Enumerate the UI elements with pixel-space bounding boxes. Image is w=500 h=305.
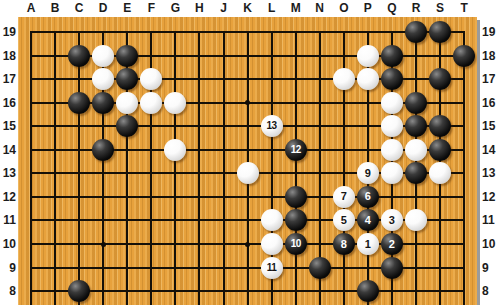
row-label-left-10: 10 [0, 237, 16, 251]
go-app-screen: 13129765431081211 ABCDEFGHJKLMNOPQRST191… [0, 0, 500, 305]
stone-white-R14 [405, 139, 427, 161]
stone-black-C18 [68, 45, 90, 67]
move-number-label: 6 [365, 191, 371, 202]
stone-black-D14 [92, 139, 114, 161]
goban[interactable]: 13129765431081211 [18, 17, 477, 305]
stone-white-F17 [140, 68, 162, 90]
stone-black-M14: 12 [285, 139, 307, 161]
stone-white-O11: 5 [333, 209, 355, 231]
grid-line-col-H [198, 31, 200, 305]
stone-black-R15 [405, 115, 427, 137]
stone-white-Q15 [381, 115, 403, 137]
grid-line-row-12 [30, 196, 465, 198]
col-label-L: L [263, 1, 281, 15]
row-label-right-11: 11 [482, 213, 500, 227]
stone-black-P12: 6 [357, 186, 379, 208]
stone-black-O10: 8 [333, 233, 355, 255]
row-label-left-16: 16 [0, 96, 16, 110]
grid-line-col-A [30, 31, 32, 305]
grid-line-col-J [223, 31, 225, 305]
stone-black-S17 [429, 68, 451, 90]
stone-white-O17 [333, 68, 355, 90]
col-label-A: A [22, 1, 40, 15]
col-label-H: H [190, 1, 208, 15]
move-number-label: 7 [341, 191, 347, 202]
grid-line-col-B [54, 31, 56, 305]
move-number-label: 10 [291, 239, 301, 249]
col-label-G: G [166, 1, 184, 15]
move-number-label: 12 [291, 145, 301, 155]
row-label-right-17: 17 [482, 72, 500, 86]
move-number-label: 3 [389, 215, 395, 226]
stone-white-P10: 1 [357, 233, 379, 255]
col-label-S: S [431, 1, 449, 15]
move-number-label: 11 [267, 263, 277, 273]
col-label-B: B [46, 1, 64, 15]
row-label-right-16: 16 [482, 96, 500, 110]
row-label-right-12: 12 [482, 190, 500, 204]
col-label-M: M [287, 1, 305, 15]
col-label-O: O [335, 1, 353, 15]
stone-black-Q17 [381, 68, 403, 90]
row-label-right-13: 13 [482, 166, 500, 180]
col-label-E: E [118, 1, 136, 15]
stone-black-S15 [429, 115, 451, 137]
stone-white-S13 [429, 162, 451, 184]
col-label-N: N [311, 1, 329, 15]
row-label-right-15: 15 [482, 119, 500, 133]
row-label-right-14: 14 [482, 143, 500, 157]
move-number-label: 4 [365, 215, 371, 226]
stone-white-L15: 13 [261, 115, 283, 137]
star-point-K16 [245, 100, 250, 105]
stone-white-Q14 [381, 139, 403, 161]
row-label-left-11: 11 [0, 213, 16, 227]
stone-white-Q11: 3 [381, 209, 403, 231]
stone-black-S14 [429, 139, 451, 161]
row-label-left-9: 9 [0, 261, 16, 275]
stone-white-G14 [164, 139, 186, 161]
col-label-F: F [142, 1, 160, 15]
stone-white-L9: 11 [261, 257, 283, 279]
stone-black-E18 [116, 45, 138, 67]
grid-line-row-19 [30, 31, 465, 33]
move-number-label: 8 [341, 239, 347, 250]
row-label-right-19: 19 [482, 25, 500, 39]
col-label-T: T [455, 1, 473, 15]
row-label-left-12: 12 [0, 190, 16, 204]
stone-white-Q16 [381, 92, 403, 114]
stone-black-R13 [405, 162, 427, 184]
stone-white-Q13 [381, 162, 403, 184]
stone-white-P13: 9 [357, 162, 379, 184]
move-number-label: 13 [267, 121, 277, 131]
stone-white-P18 [357, 45, 379, 67]
row-label-right-18: 18 [482, 49, 500, 63]
star-point-D10 [101, 242, 106, 247]
stone-white-D18 [92, 45, 114, 67]
col-label-K: K [239, 1, 257, 15]
row-label-left-18: 18 [0, 49, 16, 63]
move-number-label: 5 [341, 215, 347, 226]
move-number-label: 2 [389, 239, 395, 250]
col-label-J: J [215, 1, 233, 15]
stone-white-L10 [261, 233, 283, 255]
move-number-label: 9 [365, 168, 371, 179]
move-number-label: 1 [365, 239, 371, 250]
stone-black-N9 [309, 257, 331, 279]
row-label-right-9: 9 [482, 261, 500, 275]
stone-black-E15 [116, 115, 138, 137]
stone-white-L11 [261, 209, 283, 231]
stone-black-D16 [92, 92, 114, 114]
stone-black-R16 [405, 92, 427, 114]
stone-white-F16 [140, 92, 162, 114]
stone-white-D17 [92, 68, 114, 90]
stone-white-G16 [164, 92, 186, 114]
stone-black-T18 [453, 45, 475, 67]
col-label-P: P [359, 1, 377, 15]
grid-line-col-C [78, 31, 80, 305]
col-label-C: C [70, 1, 88, 15]
stone-white-E16 [116, 92, 138, 114]
grid-line-col-G [174, 31, 176, 305]
row-label-right-8: 8 [482, 284, 500, 298]
stone-black-M12 [285, 186, 307, 208]
stone-black-P8 [357, 280, 379, 302]
row-label-left-14: 14 [0, 143, 16, 157]
stone-black-C16 [68, 92, 90, 114]
stone-white-P17 [357, 68, 379, 90]
col-label-Q: Q [383, 1, 401, 15]
stone-black-R19 [405, 21, 427, 43]
row-label-right-10: 10 [482, 237, 500, 251]
row-label-left-15: 15 [0, 119, 16, 133]
col-label-D: D [94, 1, 112, 15]
col-label-R: R [407, 1, 425, 15]
stone-black-M10: 10 [285, 233, 307, 255]
grid-line-row-8 [30, 290, 465, 292]
grid-line-col-T [463, 31, 465, 305]
stone-black-E17 [116, 68, 138, 90]
board-shadow [477, 20, 480, 305]
row-label-left-8: 8 [0, 284, 16, 298]
stone-black-Q9 [381, 257, 403, 279]
grid-line-col-M [295, 31, 297, 305]
stone-black-S19 [429, 21, 451, 43]
stone-black-C8 [68, 280, 90, 302]
stone-white-O12: 7 [333, 186, 355, 208]
stone-black-Q10: 2 [381, 233, 403, 255]
stone-black-P11: 4 [357, 209, 379, 231]
stone-black-M11 [285, 209, 307, 231]
stone-white-K13 [237, 162, 259, 184]
stone-white-R11 [405, 209, 427, 231]
stone-black-Q18 [381, 45, 403, 67]
row-label-left-13: 13 [0, 166, 16, 180]
row-label-left-17: 17 [0, 72, 16, 86]
star-point-K10 [245, 242, 250, 247]
row-label-left-19: 19 [0, 25, 16, 39]
